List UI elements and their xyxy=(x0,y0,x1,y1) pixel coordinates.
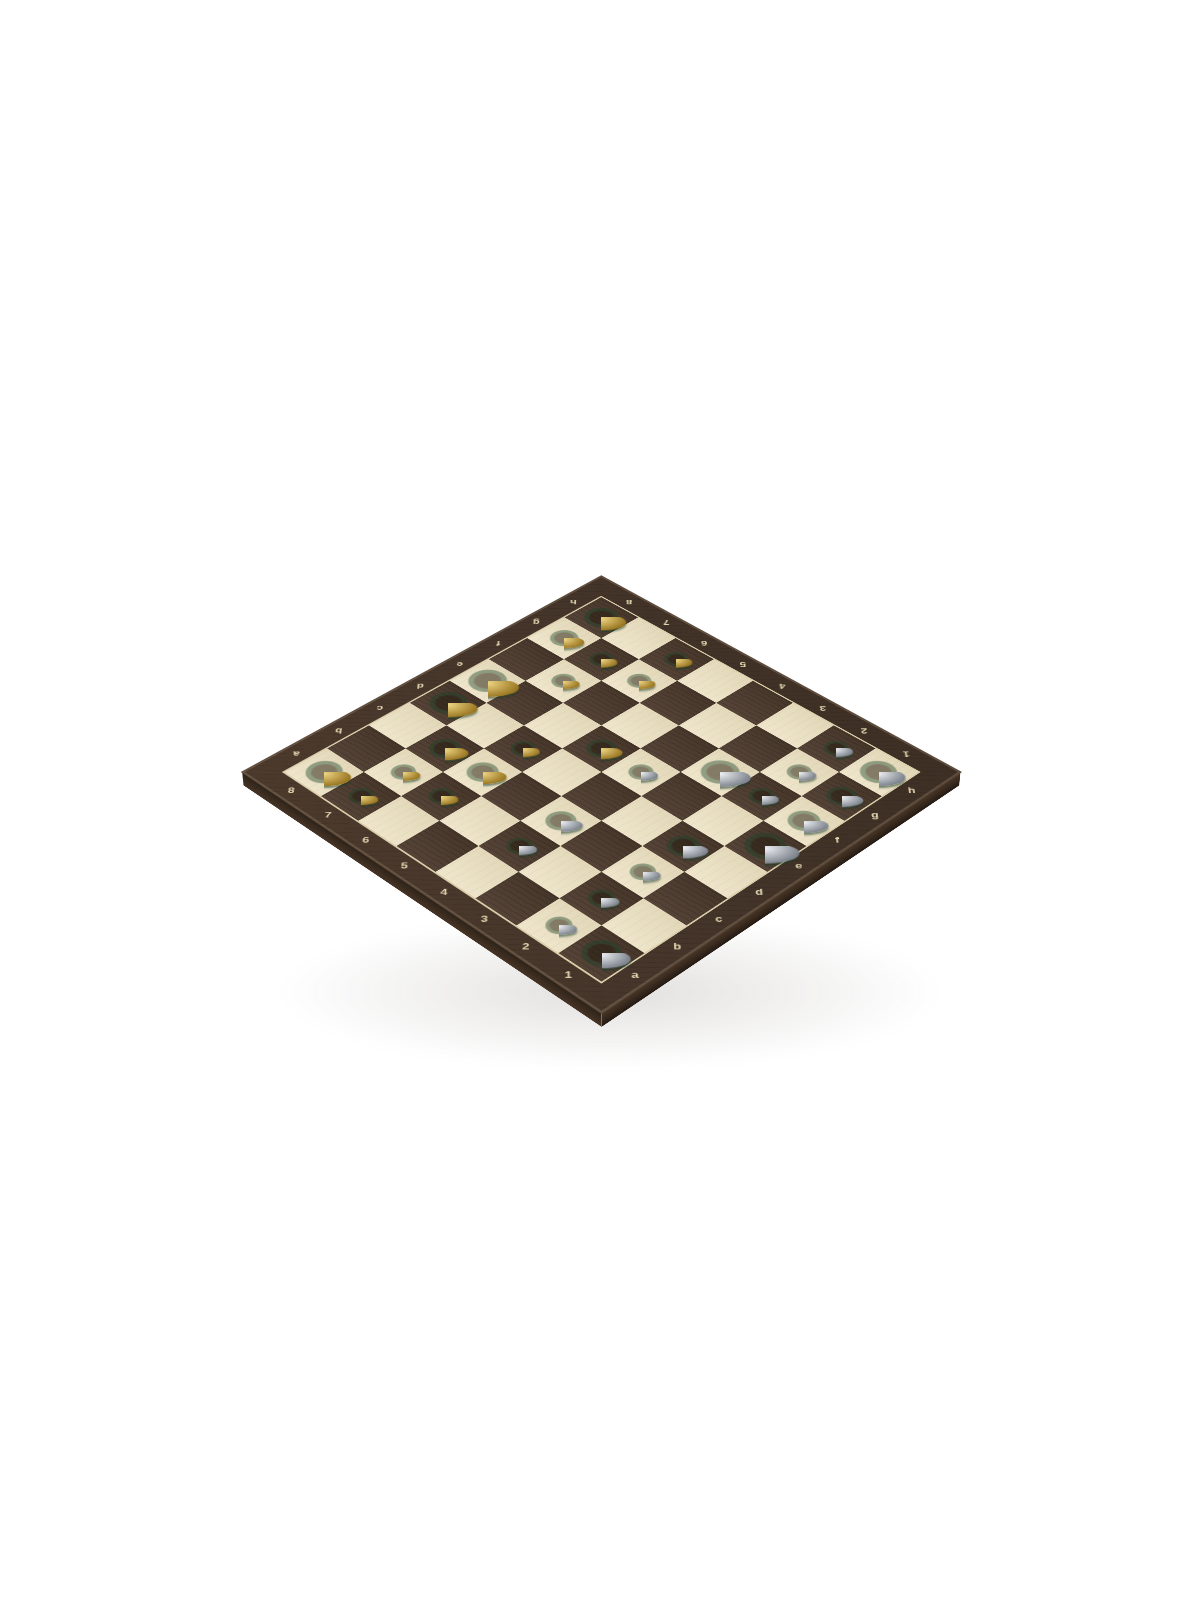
pawn-glyph: ♟ xyxy=(408,714,474,801)
pawn-glyph: ♟ xyxy=(328,714,394,801)
king-glyph: ♚ xyxy=(701,684,830,856)
coord-file-a-near: a xyxy=(623,967,647,983)
coord-file-b-near: b xyxy=(665,939,689,955)
scene: aabbccddeeffgghh1122334455667788♜♛♚♞♜♟♟♝… xyxy=(0,0,1200,1600)
coord-rank-6-near: 6 xyxy=(354,833,378,847)
rook-glyph: ♜ xyxy=(546,814,657,962)
board-3d: aabbccddeeffgghh1122334455667788♜♛♚♞♜♟♟♝… xyxy=(241,575,962,1014)
product-photo-chess-set: aabbccddeeffgghh1122334455667788♜♛♚♞♜♟♟♝… xyxy=(0,0,1200,1600)
coord-rank-2-near: 2 xyxy=(514,939,538,955)
